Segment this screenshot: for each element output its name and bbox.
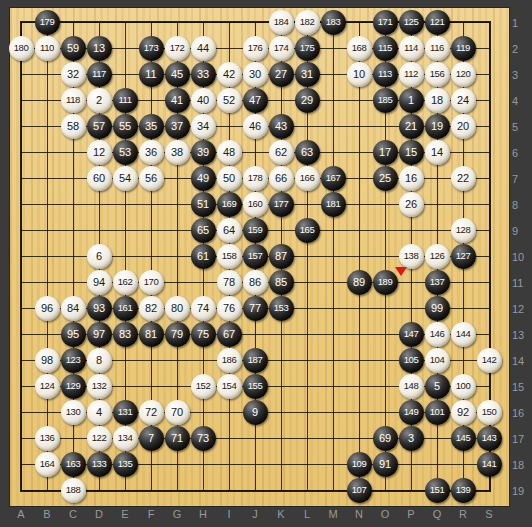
stone-O3[interactable]: 113 bbox=[373, 62, 398, 87]
stone-J7[interactable]: 178 bbox=[243, 166, 268, 191]
stone-D14[interactable]: 8 bbox=[87, 348, 112, 373]
stone-G3[interactable]: 45 bbox=[165, 62, 190, 87]
stone-Q10[interactable]: 126 bbox=[425, 244, 450, 269]
stone-L3[interactable]: 31 bbox=[295, 62, 320, 87]
col-label-B: B bbox=[34, 507, 60, 521]
col-label-A: A bbox=[8, 507, 34, 521]
stone-I13[interactable]: 67 bbox=[217, 322, 242, 347]
stone-N19[interactable]: 107 bbox=[347, 478, 372, 503]
stone-P1[interactable]: 125 bbox=[399, 10, 424, 35]
stone-Q4[interactable]: 18 bbox=[425, 88, 450, 113]
stone-J14[interactable]: 187 bbox=[243, 348, 268, 373]
col-label-M: M bbox=[320, 507, 346, 521]
stone-R15[interactable]: 100 bbox=[451, 374, 476, 399]
stone-I8[interactable]: 169 bbox=[217, 192, 242, 217]
stone-B14[interactable]: 98 bbox=[35, 348, 60, 373]
stone-C18[interactable]: 163 bbox=[61, 452, 86, 477]
stone-E4[interactable]: 111 bbox=[113, 88, 138, 113]
stone-L1[interactable]: 182 bbox=[295, 10, 320, 35]
stone-P14[interactable]: 105 bbox=[399, 348, 424, 373]
stone-D10[interactable]: 6 bbox=[87, 244, 112, 269]
row-label-15: 15 bbox=[512, 374, 524, 400]
stone-C5[interactable]: 58 bbox=[61, 114, 86, 139]
stone-I9[interactable]: 64 bbox=[217, 218, 242, 243]
stone-D6[interactable]: 12 bbox=[87, 140, 112, 165]
stone-S18[interactable]: 141 bbox=[477, 452, 502, 477]
stone-F11[interactable]: 170 bbox=[139, 270, 164, 295]
stone-R13[interactable]: 144 bbox=[451, 322, 476, 347]
row-label-17: 17 bbox=[512, 426, 524, 452]
stone-I3[interactable]: 42 bbox=[217, 62, 242, 87]
stone-P8[interactable]: 26 bbox=[399, 192, 424, 217]
stone-G13[interactable]: 79 bbox=[165, 322, 190, 347]
stone-E11[interactable]: 162 bbox=[113, 270, 138, 295]
stone-L9[interactable]: 165 bbox=[295, 218, 320, 243]
stone-R16[interactable]: 92 bbox=[451, 400, 476, 425]
stone-P4[interactable]: 1 bbox=[399, 88, 424, 113]
stone-I10[interactable]: 158 bbox=[217, 244, 242, 269]
stone-D15[interactable]: 132 bbox=[87, 374, 112, 399]
col-label-E: E bbox=[112, 507, 138, 521]
stone-H12[interactable]: 74 bbox=[191, 296, 216, 321]
stone-F13[interactable]: 81 bbox=[139, 322, 164, 347]
stone-R9[interactable]: 128 bbox=[451, 218, 476, 243]
row-label-4: 4 bbox=[512, 88, 524, 114]
stone-F17[interactable]: 7 bbox=[139, 426, 164, 451]
stone-D13[interactable]: 97 bbox=[87, 322, 112, 347]
col-label-C: C bbox=[60, 507, 86, 521]
stone-K12[interactable]: 153 bbox=[269, 296, 294, 321]
stone-G12[interactable]: 80 bbox=[165, 296, 190, 321]
stone-S17[interactable]: 143 bbox=[477, 426, 502, 451]
stone-J16[interactable]: 9 bbox=[243, 400, 268, 425]
stone-K2[interactable]: 174 bbox=[269, 36, 294, 61]
row-label-11: 11 bbox=[512, 270, 524, 296]
stone-O17[interactable]: 69 bbox=[373, 426, 398, 451]
col-label-K: K bbox=[268, 507, 294, 521]
row-label-1: 1 bbox=[512, 10, 524, 36]
col-label-R: R bbox=[450, 507, 476, 521]
stone-O4[interactable]: 185 bbox=[373, 88, 398, 113]
row-label-10: 10 bbox=[512, 244, 524, 270]
stone-Q3[interactable]: 156 bbox=[425, 62, 450, 87]
stone-J15[interactable]: 155 bbox=[243, 374, 268, 399]
stone-P16[interactable]: 149 bbox=[399, 400, 424, 425]
stone-P7[interactable]: 16 bbox=[399, 166, 424, 191]
stone-G4[interactable]: 41 bbox=[165, 88, 190, 113]
stone-Q19[interactable]: 151 bbox=[425, 478, 450, 503]
stone-Q14[interactable]: 104 bbox=[425, 348, 450, 373]
stone-E7[interactable]: 54 bbox=[113, 166, 138, 191]
stone-E16[interactable]: 131 bbox=[113, 400, 138, 425]
stone-J12[interactable]: 77 bbox=[243, 296, 268, 321]
stone-K5[interactable]: 43 bbox=[269, 114, 294, 139]
stone-I11[interactable]: 78 bbox=[217, 270, 242, 295]
stone-I14[interactable]: 186 bbox=[217, 348, 242, 373]
stone-E17[interactable]: 134 bbox=[113, 426, 138, 451]
column-labels: ABCDEFGHIJKLMNOPQRS bbox=[8, 507, 502, 521]
row-labels: 12345678910111213141516171819 bbox=[512, 10, 524, 504]
stone-K10[interactable]: 87 bbox=[269, 244, 294, 269]
stone-R19[interactable]: 139 bbox=[451, 478, 476, 503]
stone-N11[interactable]: 89 bbox=[347, 270, 372, 295]
stone-Q2[interactable]: 116 bbox=[425, 36, 450, 61]
stone-K7[interactable]: 66 bbox=[269, 166, 294, 191]
stone-Q6[interactable]: 14 bbox=[425, 140, 450, 165]
stone-C12[interactable]: 84 bbox=[61, 296, 86, 321]
stone-O2[interactable]: 115 bbox=[373, 36, 398, 61]
stone-P15[interactable]: 148 bbox=[399, 374, 424, 399]
stone-G6[interactable]: 38 bbox=[165, 140, 190, 165]
stone-R3[interactable]: 120 bbox=[451, 62, 476, 87]
stone-I7[interactable]: 50 bbox=[217, 166, 242, 191]
stone-F6[interactable]: 36 bbox=[139, 140, 164, 165]
stone-J5[interactable]: 46 bbox=[243, 114, 268, 139]
stone-Q11[interactable]: 137 bbox=[425, 270, 450, 295]
stone-R10[interactable]: 127 bbox=[451, 244, 476, 269]
row-label-19: 19 bbox=[512, 478, 524, 504]
stone-D16[interactable]: 4 bbox=[87, 400, 112, 425]
stone-H10[interactable]: 61 bbox=[191, 244, 216, 269]
stone-O7[interactable]: 25 bbox=[373, 166, 398, 191]
row-label-9: 9 bbox=[512, 218, 524, 244]
stone-B12[interactable]: 96 bbox=[35, 296, 60, 321]
stone-R17[interactable]: 145 bbox=[451, 426, 476, 451]
stone-S16[interactable]: 150 bbox=[477, 400, 502, 425]
row-label-6: 6 bbox=[512, 140, 524, 166]
row-label-13: 13 bbox=[512, 322, 524, 348]
stone-R4[interactable]: 24 bbox=[451, 88, 476, 113]
stone-P3[interactable]: 112 bbox=[399, 62, 424, 87]
stone-H5[interactable]: 34 bbox=[191, 114, 216, 139]
stone-L2[interactable]: 175 bbox=[295, 36, 320, 61]
stone-B1[interactable]: 179 bbox=[35, 10, 60, 35]
stone-K3[interactable]: 27 bbox=[269, 62, 294, 87]
col-label-D: D bbox=[86, 507, 112, 521]
stone-I12[interactable]: 76 bbox=[217, 296, 242, 321]
col-label-P: P bbox=[398, 507, 424, 521]
stone-D2[interactable]: 13 bbox=[87, 36, 112, 61]
stone-H8[interactable]: 51 bbox=[191, 192, 216, 217]
stone-E5[interactable]: 55 bbox=[113, 114, 138, 139]
stone-D11[interactable]: 94 bbox=[87, 270, 112, 295]
stone-A2[interactable]: 180 bbox=[9, 36, 34, 61]
stone-H4[interactable]: 40 bbox=[191, 88, 216, 113]
stone-M8[interactable]: 181 bbox=[321, 192, 346, 217]
stone-N3[interactable]: 10 bbox=[347, 62, 372, 87]
stone-J8[interactable]: 160 bbox=[243, 192, 268, 217]
col-label-H: H bbox=[190, 507, 216, 521]
stone-F3[interactable]: 11 bbox=[139, 62, 164, 87]
col-label-N: N bbox=[346, 507, 372, 521]
row-label-7: 7 bbox=[512, 166, 524, 192]
row-label-2: 2 bbox=[512, 36, 524, 62]
stone-Q15[interactable]: 5 bbox=[425, 374, 450, 399]
stone-J11[interactable]: 86 bbox=[243, 270, 268, 295]
stone-J4[interactable]: 47 bbox=[243, 88, 268, 113]
row-label-14: 14 bbox=[512, 348, 524, 374]
stone-B15[interactable]: 124 bbox=[35, 374, 60, 399]
stone-E18[interactable]: 135 bbox=[113, 452, 138, 477]
stone-G17[interactable]: 71 bbox=[165, 426, 190, 451]
stone-C2[interactable]: 59 bbox=[61, 36, 86, 61]
stone-H9[interactable]: 65 bbox=[191, 218, 216, 243]
stone-P10[interactable]: 138 bbox=[399, 244, 424, 269]
stone-J10[interactable]: 157 bbox=[243, 244, 268, 269]
stone-C19[interactable]: 188 bbox=[61, 478, 86, 503]
col-label-J: J bbox=[242, 507, 268, 521]
stone-P5[interactable]: 21 bbox=[399, 114, 424, 139]
stone-Q1[interactable]: 121 bbox=[425, 10, 450, 35]
stone-D17[interactable]: 122 bbox=[87, 426, 112, 451]
last-move-marker bbox=[395, 267, 407, 276]
stones-layer: 1791841821831711251211801105913173172441… bbox=[8, 9, 502, 503]
col-label-S: S bbox=[476, 507, 502, 521]
stone-C14[interactable]: 123 bbox=[61, 348, 86, 373]
stone-I15[interactable]: 154 bbox=[217, 374, 242, 399]
stone-C13[interactable]: 95 bbox=[61, 322, 86, 347]
stone-F2[interactable]: 173 bbox=[139, 36, 164, 61]
stone-C16[interactable]: 130 bbox=[61, 400, 86, 425]
stone-K6[interactable]: 62 bbox=[269, 140, 294, 165]
stone-J9[interactable]: 159 bbox=[243, 218, 268, 243]
stone-Q16[interactable]: 101 bbox=[425, 400, 450, 425]
stone-O11[interactable]: 189 bbox=[373, 270, 398, 295]
stone-D3[interactable]: 117 bbox=[87, 62, 112, 87]
row-label-8: 8 bbox=[512, 192, 524, 218]
stone-H13[interactable]: 75 bbox=[191, 322, 216, 347]
row-label-5: 5 bbox=[512, 114, 524, 140]
stone-O6[interactable]: 17 bbox=[373, 140, 398, 165]
stone-I6[interactable]: 48 bbox=[217, 140, 242, 165]
col-label-G: G bbox=[164, 507, 190, 521]
stone-K11[interactable]: 85 bbox=[269, 270, 294, 295]
row-label-12: 12 bbox=[512, 296, 524, 322]
stone-H15[interactable]: 152 bbox=[191, 374, 216, 399]
stone-D5[interactable]: 57 bbox=[87, 114, 112, 139]
goban[interactable]: 1791841821831711251211801105913173172441… bbox=[10, 8, 509, 506]
stone-S14[interactable]: 142 bbox=[477, 348, 502, 373]
stone-O18[interactable]: 91 bbox=[373, 452, 398, 477]
stone-F7[interactable]: 56 bbox=[139, 166, 164, 191]
stone-G16[interactable]: 70 bbox=[165, 400, 190, 425]
col-label-L: L bbox=[294, 507, 320, 521]
stone-H2[interactable]: 44 bbox=[191, 36, 216, 61]
stone-B17[interactable]: 136 bbox=[35, 426, 60, 451]
row-label-16: 16 bbox=[512, 400, 524, 426]
stone-P6[interactable]: 15 bbox=[399, 140, 424, 165]
stone-J3[interactable]: 30 bbox=[243, 62, 268, 87]
col-label-O: O bbox=[372, 507, 398, 521]
stone-I4[interactable]: 52 bbox=[217, 88, 242, 113]
stone-B18[interactable]: 164 bbox=[35, 452, 60, 477]
stone-D7[interactable]: 60 bbox=[87, 166, 112, 191]
stone-C3[interactable]: 32 bbox=[61, 62, 86, 87]
stone-G5[interactable]: 37 bbox=[165, 114, 190, 139]
stone-F5[interactable]: 35 bbox=[139, 114, 164, 139]
stone-N2[interactable]: 168 bbox=[347, 36, 372, 61]
stone-O1[interactable]: 171 bbox=[373, 10, 398, 35]
stone-K1[interactable]: 184 bbox=[269, 10, 294, 35]
stone-D4[interactable]: 2 bbox=[87, 88, 112, 113]
stone-B2[interactable]: 110 bbox=[35, 36, 60, 61]
stone-C4[interactable]: 118 bbox=[61, 88, 86, 113]
stone-E13[interactable]: 83 bbox=[113, 322, 138, 347]
stone-R5[interactable]: 20 bbox=[451, 114, 476, 139]
col-label-F: F bbox=[138, 507, 164, 521]
stone-Q12[interactable]: 99 bbox=[425, 296, 450, 321]
stone-K8[interactable]: 177 bbox=[269, 192, 294, 217]
stone-R7[interactable]: 22 bbox=[451, 166, 476, 191]
go-board-app: 1791841821831711251211801105913173172441… bbox=[0, 0, 532, 527]
stone-H7[interactable]: 49 bbox=[191, 166, 216, 191]
stone-D18[interactable]: 133 bbox=[87, 452, 112, 477]
stone-D12[interactable]: 93 bbox=[87, 296, 112, 321]
stone-J2[interactable]: 176 bbox=[243, 36, 268, 61]
stone-N18[interactable]: 109 bbox=[347, 452, 372, 477]
stone-H6[interactable]: 39 bbox=[191, 140, 216, 165]
stone-H17[interactable]: 73 bbox=[191, 426, 216, 451]
stone-M1[interactable]: 183 bbox=[321, 10, 346, 35]
stone-H3[interactable]: 33 bbox=[191, 62, 216, 87]
col-label-Q: Q bbox=[424, 507, 450, 521]
stone-F12[interactable]: 82 bbox=[139, 296, 164, 321]
row-label-18: 18 bbox=[512, 452, 524, 478]
stone-Q5[interactable]: 19 bbox=[425, 114, 450, 139]
stone-E6[interactable]: 53 bbox=[113, 140, 138, 165]
stone-C15[interactable]: 129 bbox=[61, 374, 86, 399]
stone-P13[interactable]: 147 bbox=[399, 322, 424, 347]
stone-L4[interactable]: 29 bbox=[295, 88, 320, 113]
col-label-I: I bbox=[216, 507, 242, 521]
stone-Q13[interactable]: 146 bbox=[425, 322, 450, 347]
stone-L7[interactable]: 166 bbox=[295, 166, 320, 191]
stone-R2[interactable]: 119 bbox=[451, 36, 476, 61]
stone-F16[interactable]: 72 bbox=[139, 400, 164, 425]
row-label-3: 3 bbox=[512, 62, 524, 88]
stone-M7[interactable]: 167 bbox=[321, 166, 346, 191]
stone-P2[interactable]: 114 bbox=[399, 36, 424, 61]
stone-G2[interactable]: 172 bbox=[165, 36, 190, 61]
stone-E12[interactable]: 161 bbox=[113, 296, 138, 321]
stone-L6[interactable]: 63 bbox=[295, 140, 320, 165]
stone-P17[interactable]: 3 bbox=[399, 426, 424, 451]
